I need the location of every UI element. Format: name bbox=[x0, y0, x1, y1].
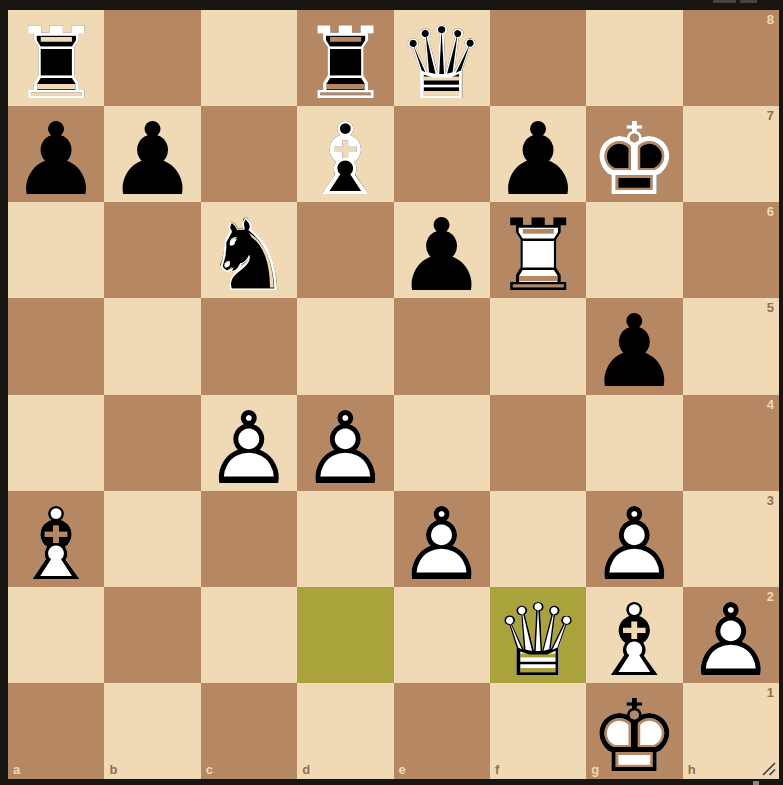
square-g4[interactable] bbox=[586, 395, 682, 491]
black-rook-piece-detail-icon: ♖ bbox=[300, 14, 390, 114]
square-f2[interactable]: ♛♕ bbox=[490, 587, 586, 683]
square-h7[interactable]: 7 bbox=[683, 106, 779, 202]
black-bishop-piece[interactable]: ♝♗ bbox=[297, 106, 393, 202]
black-queen-piece-detail-icon: ♕ bbox=[397, 14, 487, 114]
black-king-piece-detail-icon: ♔ bbox=[590, 110, 680, 210]
rank-label-1: 1 bbox=[767, 686, 774, 699]
square-e2[interactable] bbox=[394, 587, 490, 683]
square-g3[interactable]: ♟♙ bbox=[586, 491, 682, 587]
square-c4[interactable]: ♟♙ bbox=[201, 395, 297, 491]
square-c8[interactable] bbox=[201, 10, 297, 106]
file-label-h: h bbox=[688, 763, 696, 776]
page: ♜♖♜♖♛♕8♟♟♝♗♟♚♔7♞♘♟♜♖6♟5♟♙♟♙4♝♗♟♙♟♙3♛♕♝♗2… bbox=[0, 0, 783, 785]
square-c6[interactable]: ♞♘ bbox=[201, 202, 297, 298]
square-d2[interactable] bbox=[297, 587, 393, 683]
square-f1[interactable]: f bbox=[490, 683, 586, 779]
square-b4[interactable] bbox=[104, 395, 200, 491]
file-label-e: e bbox=[399, 763, 406, 776]
rank-label-6: 6 bbox=[767, 205, 774, 218]
square-e7[interactable] bbox=[394, 106, 490, 202]
black-pawn-piece[interactable]: ♟ bbox=[8, 106, 104, 202]
square-h3[interactable]: 3 bbox=[683, 491, 779, 587]
white-pawn-piece[interactable]: ♟♙ bbox=[297, 395, 393, 491]
file-label-b: b bbox=[109, 763, 117, 776]
square-g5[interactable]: ♟ bbox=[586, 298, 682, 394]
black-pawn-piece-icon: ♟ bbox=[11, 110, 101, 210]
square-g1[interactable]: g♚♔ bbox=[586, 683, 682, 779]
square-f4[interactable] bbox=[490, 395, 586, 491]
white-pawn-piece-detail-icon: ♙ bbox=[204, 399, 294, 499]
square-d4[interactable]: ♟♙ bbox=[297, 395, 393, 491]
square-d7[interactable]: ♝♗ bbox=[297, 106, 393, 202]
black-knight-piece-detail-icon: ♘ bbox=[204, 206, 294, 306]
black-pawn-piece-icon: ♟ bbox=[590, 302, 680, 402]
square-b3[interactable] bbox=[104, 491, 200, 587]
chess-board: ♜♖♜♖♛♕8♟♟♝♗♟♚♔7♞♘♟♜♖6♟5♟♙♟♙4♝♗♟♙♟♙3♛♕♝♗2… bbox=[8, 10, 779, 779]
black-rook-piece[interactable]: ♜♖ bbox=[8, 10, 104, 106]
rank-label-3: 3 bbox=[767, 494, 774, 507]
cropped-ui-fragment bbox=[753, 781, 759, 785]
square-a8[interactable]: ♜♖ bbox=[8, 10, 104, 106]
white-pawn-piece-detail-icon: ♙ bbox=[686, 591, 776, 691]
square-d6[interactable] bbox=[297, 202, 393, 298]
square-h8[interactable]: 8 bbox=[683, 10, 779, 106]
black-bishop-piece-detail-icon: ♗ bbox=[300, 110, 390, 210]
white-pawn-piece-detail-icon: ♙ bbox=[397, 495, 487, 595]
square-e5[interactable] bbox=[394, 298, 490, 394]
black-pawn-piece-icon: ♟ bbox=[493, 110, 583, 210]
black-pawn-piece-icon: ♟ bbox=[397, 206, 487, 306]
square-e3[interactable]: ♟♙ bbox=[394, 491, 490, 587]
white-queen-piece[interactable]: ♛♕ bbox=[490, 587, 586, 683]
square-g8[interactable] bbox=[586, 10, 682, 106]
square-a3[interactable]: ♝♗ bbox=[8, 491, 104, 587]
square-f8[interactable] bbox=[490, 10, 586, 106]
square-f3[interactable] bbox=[490, 491, 586, 587]
white-pawn-piece[interactable]: ♟♙ bbox=[586, 491, 682, 587]
file-label-c: c bbox=[206, 763, 213, 776]
square-d1[interactable]: d bbox=[297, 683, 393, 779]
square-g6[interactable] bbox=[586, 202, 682, 298]
square-b6[interactable] bbox=[104, 202, 200, 298]
rank-label-4: 4 bbox=[767, 398, 774, 411]
black-pawn-piece[interactable]: ♟ bbox=[104, 106, 200, 202]
square-c3[interactable] bbox=[201, 491, 297, 587]
black-rook-piece[interactable]: ♜♖ bbox=[297, 10, 393, 106]
white-pawn-piece[interactable]: ♟♙ bbox=[201, 395, 297, 491]
white-king-piece-detail-icon: ♔ bbox=[590, 687, 680, 785]
square-c2[interactable] bbox=[201, 587, 297, 683]
square-a7[interactable]: ♟ bbox=[8, 106, 104, 202]
white-rook-piece[interactable]: ♜♖ bbox=[490, 202, 586, 298]
square-b8[interactable] bbox=[104, 10, 200, 106]
white-bishop-piece-detail-icon: ♗ bbox=[11, 495, 101, 595]
black-queen-piece[interactable]: ♛♕ bbox=[394, 10, 490, 106]
square-c7[interactable] bbox=[201, 106, 297, 202]
black-pawn-piece[interactable]: ♟ bbox=[586, 298, 682, 394]
square-h6[interactable]: 6 bbox=[683, 202, 779, 298]
square-b7[interactable]: ♟ bbox=[104, 106, 200, 202]
square-a5[interactable] bbox=[8, 298, 104, 394]
square-c1[interactable]: c bbox=[201, 683, 297, 779]
square-e4[interactable] bbox=[394, 395, 490, 491]
black-pawn-piece-icon: ♟ bbox=[108, 110, 198, 210]
black-pawn-piece[interactable]: ♟ bbox=[394, 202, 490, 298]
white-king-piece[interactable]: ♚♔ bbox=[586, 683, 682, 779]
square-a4[interactable] bbox=[8, 395, 104, 491]
black-pawn-piece[interactable]: ♟ bbox=[490, 106, 586, 202]
square-e6[interactable]: ♟ bbox=[394, 202, 490, 298]
white-pawn-piece[interactable]: ♟♙ bbox=[394, 491, 490, 587]
square-b5[interactable] bbox=[104, 298, 200, 394]
square-h5[interactable]: 5 bbox=[683, 298, 779, 394]
rank-label-5: 5 bbox=[767, 301, 774, 314]
square-d8[interactable]: ♜♖ bbox=[297, 10, 393, 106]
square-b2[interactable] bbox=[104, 587, 200, 683]
square-h2[interactable]: 2♟♙ bbox=[683, 587, 779, 683]
square-g2[interactable]: ♝♗ bbox=[586, 587, 682, 683]
white-pawn-piece-detail-icon: ♙ bbox=[300, 399, 390, 499]
square-a6[interactable] bbox=[8, 202, 104, 298]
black-knight-piece[interactable]: ♞♘ bbox=[201, 202, 297, 298]
white-bishop-piece[interactable]: ♝♗ bbox=[586, 587, 682, 683]
white-pawn-piece-detail-icon: ♙ bbox=[590, 495, 680, 595]
square-b1[interactable]: b bbox=[104, 683, 200, 779]
square-c5[interactable] bbox=[201, 298, 297, 394]
board-resize-grip-icon[interactable] bbox=[761, 761, 777, 777]
square-e1[interactable]: e bbox=[394, 683, 490, 779]
white-rook-piece-detail-icon: ♖ bbox=[493, 206, 583, 306]
cropped-ui-fragment bbox=[740, 0, 757, 3]
cropped-ui-fragment bbox=[713, 0, 736, 3]
rank-label-8: 8 bbox=[767, 13, 774, 26]
file-label-d: d bbox=[302, 763, 310, 776]
white-bishop-piece-detail-icon: ♗ bbox=[590, 591, 680, 691]
square-g7[interactable]: ♚♔ bbox=[586, 106, 682, 202]
rank-label-7: 7 bbox=[767, 109, 774, 122]
square-a2[interactable] bbox=[8, 587, 104, 683]
white-bishop-piece[interactable]: ♝♗ bbox=[8, 491, 104, 587]
file-label-f: f bbox=[495, 763, 499, 776]
square-a1[interactable]: a bbox=[8, 683, 104, 779]
square-f5[interactable] bbox=[490, 298, 586, 394]
file-label-a: a bbox=[13, 763, 20, 776]
square-f6[interactable]: ♜♖ bbox=[490, 202, 586, 298]
black-king-piece[interactable]: ♚♔ bbox=[586, 106, 682, 202]
square-e8[interactable]: ♛♕ bbox=[394, 10, 490, 106]
square-d3[interactable] bbox=[297, 491, 393, 587]
square-h4[interactable]: 4 bbox=[683, 395, 779, 491]
square-d5[interactable] bbox=[297, 298, 393, 394]
white-pawn-piece[interactable]: ♟♙ bbox=[683, 587, 779, 683]
white-queen-piece-detail-icon: ♕ bbox=[493, 591, 583, 691]
square-f7[interactable]: ♟ bbox=[490, 106, 586, 202]
black-rook-piece-detail-icon: ♖ bbox=[11, 14, 101, 114]
